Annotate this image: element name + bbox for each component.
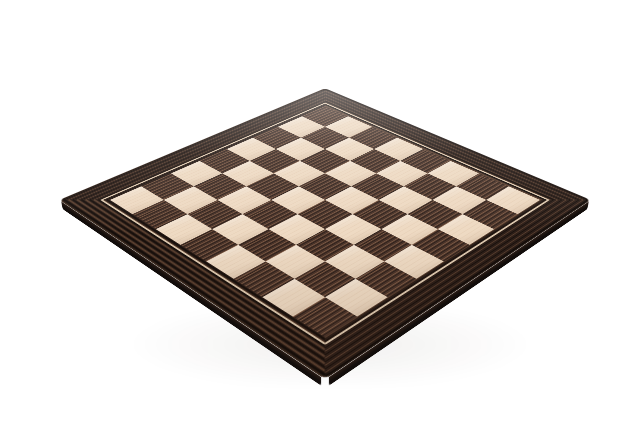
product-photo [0, 0, 640, 425]
board-surface [59, 88, 591, 379]
board-field [110, 106, 540, 337]
chess-board [59, 88, 591, 379]
board-stage [137, 12, 513, 388]
